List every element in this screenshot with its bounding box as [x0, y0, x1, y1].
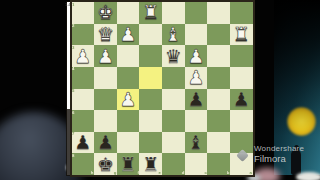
piece-white-R-a2[interactable]: ♜ [230, 24, 253, 46]
square-h1[interactable]: 1 [72, 2, 95, 24]
square-c3[interactable]: ♟ [185, 45, 208, 67]
piece-white-Q-g2[interactable]: ♛ [94, 24, 117, 46]
square-d5[interactable] [162, 89, 185, 111]
square-c8[interactable]: c [185, 153, 208, 175]
square-c7[interactable]: ♝ [185, 132, 208, 154]
square-c4[interactable]: ♟ [185, 67, 208, 89]
square-e8[interactable]: e♜ [139, 153, 162, 175]
filmora-watermark: Wondershare Filmora [236, 144, 304, 164]
square-e3[interactable] [139, 45, 162, 67]
square-a4[interactable] [230, 67, 253, 89]
square-a6[interactable] [230, 110, 253, 132]
square-g2[interactable]: ♛ [94, 24, 117, 46]
square-d6[interactable] [162, 110, 185, 132]
square-d4[interactable] [162, 67, 185, 89]
piece-white-B-d2[interactable]: ♝ [162, 24, 185, 46]
square-g3[interactable]: ♟ [94, 45, 117, 67]
piece-white-P-h3[interactable]: ♟ [72, 45, 95, 67]
video-frame: 1.4 1♚♜2♛♟♝♜3♟♟♛♟4♟5♟♟♟67♟♟♝8hg♚f♜e♜dcba… [0, 0, 320, 180]
square-c6[interactable] [185, 110, 208, 132]
square-b5[interactable] [207, 89, 230, 111]
square-g5[interactable] [94, 89, 117, 111]
square-f8[interactable]: f♜ [117, 153, 140, 175]
square-b6[interactable] [207, 110, 230, 132]
square-h2[interactable]: 2 [72, 24, 95, 46]
piece-white-P-f5[interactable]: ♟ [117, 89, 140, 111]
piece-black-P-a5[interactable]: ♟ [230, 89, 253, 111]
square-b2[interactable] [207, 24, 230, 46]
piece-white-R-e1[interactable]: ♜ [139, 2, 162, 24]
square-g7[interactable]: ♟ [94, 132, 117, 154]
rank-label: 2 [72, 24, 74, 28]
square-d8[interactable]: d [162, 153, 185, 175]
piece-black-K-g8[interactable]: ♚ [94, 153, 117, 175]
square-h7[interactable]: 7♟ [72, 132, 95, 154]
square-e5[interactable] [139, 89, 162, 111]
square-f4[interactable] [117, 67, 140, 89]
square-f1[interactable] [117, 2, 140, 24]
square-b8[interactable]: b [207, 153, 230, 175]
square-d2[interactable]: ♝ [162, 24, 185, 46]
piece-white-P-g3[interactable]: ♟ [94, 45, 117, 67]
square-g8[interactable]: g♚ [94, 153, 117, 175]
square-c1[interactable] [185, 2, 208, 24]
square-g1[interactable]: ♚ [94, 2, 117, 24]
square-b4[interactable] [207, 67, 230, 89]
rank-label: 5 [72, 89, 74, 93]
piece-black-B-c7[interactable]: ♝ [185, 132, 208, 154]
square-b7[interactable] [207, 132, 230, 154]
piece-black-P-g7[interactable]: ♟ [94, 132, 117, 154]
piece-black-R-e8[interactable]: ♜ [139, 153, 162, 175]
rank-label: 8 [72, 154, 74, 158]
square-a1[interactable] [230, 2, 253, 24]
square-a3[interactable] [230, 45, 253, 67]
square-f7[interactable] [117, 132, 140, 154]
evaluation-value: 1.4 [65, 3, 70, 7]
square-e2[interactable] [139, 24, 162, 46]
square-d3[interactable]: ♛ [162, 45, 185, 67]
filmora-diamond-icon [236, 149, 249, 162]
square-c2[interactable] [185, 24, 208, 46]
square-b3[interactable] [207, 45, 230, 67]
square-d1[interactable] [162, 2, 185, 24]
rank-label: 4 [72, 67, 74, 71]
file-label: a [250, 170, 252, 174]
square-f5[interactable]: ♟ [117, 89, 140, 111]
square-b1[interactable] [207, 2, 230, 24]
watermark-product: Filmora [254, 153, 304, 164]
piece-black-Q-d3[interactable]: ♛ [162, 45, 185, 67]
square-h8[interactable]: 8h [72, 153, 95, 175]
piece-white-P-f2[interactable]: ♟ [117, 24, 140, 46]
piece-white-K-g1[interactable]: ♚ [94, 2, 117, 24]
square-h6[interactable]: 6 [72, 110, 95, 132]
square-h5[interactable]: 5 [72, 89, 95, 111]
square-h3[interactable]: 3♟ [72, 45, 95, 67]
piece-white-P-c4[interactable]: ♟ [185, 67, 208, 89]
square-h4[interactable]: 4 [72, 67, 95, 89]
square-e1[interactable]: ♜ [139, 2, 162, 24]
square-f6[interactable] [117, 110, 140, 132]
square-g6[interactable] [94, 110, 117, 132]
square-e6[interactable] [139, 110, 162, 132]
watermark-text: Wondershare Filmora [254, 144, 304, 164]
square-e7[interactable] [139, 132, 162, 154]
blurred-paper [296, 172, 320, 180]
rank-label: 6 [72, 111, 74, 115]
piece-black-P-c5[interactable]: ♟ [185, 89, 208, 111]
chess-board[interactable]: 1♚♜2♛♟♝♜3♟♟♛♟4♟5♟♟♟67♟♟♝8hg♚f♜e♜dcba [72, 2, 253, 175]
square-g4[interactable] [94, 67, 117, 89]
piece-black-P-h7[interactable]: ♟ [72, 132, 95, 154]
square-e4[interactable] [139, 67, 162, 89]
watermark-brand: Wondershare [254, 144, 304, 153]
square-a5[interactable]: ♟ [230, 89, 253, 111]
square-c5[interactable]: ♟ [185, 89, 208, 111]
square-a2[interactable]: ♜ [230, 24, 253, 46]
square-d7[interactable] [162, 132, 185, 154]
piece-white-P-c3[interactable]: ♟ [185, 45, 208, 67]
square-f2[interactable]: ♟ [117, 24, 140, 46]
rank-label: 1 [72, 3, 74, 7]
piece-black-R-f8[interactable]: ♜ [117, 153, 140, 175]
square-f3[interactable] [117, 45, 140, 67]
